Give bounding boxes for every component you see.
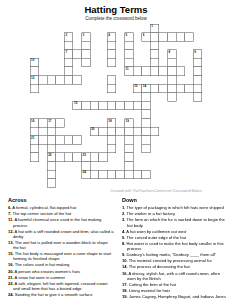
clue-item: 17. Cutting the brim of the hat	[122, 282, 227, 287]
cell-number: 23	[83, 153, 86, 157]
clue-number: 21.	[8, 275, 14, 280]
cell-number: 9	[194, 50, 196, 54]
grid-cell[interactable]	[193, 93, 202, 102]
clue-item: 11. A harmful chemical once used in the …	[8, 218, 114, 228]
clue-number: 6.	[8, 205, 11, 210]
cell-number: 12	[31, 76, 34, 80]
cell-number: 10	[31, 59, 34, 63]
clue-item: 24. Sanding the hat to give it a smooth …	[8, 292, 114, 297]
clue-item: 7. The top center section of the hat	[8, 212, 114, 217]
grid-cell[interactable]	[107, 84, 116, 93]
clue-item: 2. The worker in a hat factory	[122, 212, 227, 217]
grid-cell[interactable]	[99, 153, 108, 162]
grid-cell[interactable]	[150, 127, 159, 136]
cell-number: 7	[65, 50, 67, 54]
clue-number: 16.	[122, 271, 128, 276]
clue-number: 10.	[122, 259, 128, 264]
cell-number: 4	[108, 33, 110, 37]
grid-cell[interactable]	[56, 118, 65, 127]
clue-item: 4. A hat worn by cattlemen out west	[122, 229, 227, 234]
clue-item: 15. The hat body is massaged over a cone…	[8, 251, 114, 261]
cell-number: 24	[83, 170, 86, 174]
clue-number: 5.	[122, 235, 125, 240]
cell-number: 3	[83, 33, 85, 37]
grid-cell[interactable]	[167, 93, 176, 102]
clue-number: 14.	[122, 265, 128, 270]
grid-cell[interactable]	[184, 32, 193, 41]
clue-number: 11.	[8, 218, 13, 223]
grid-cell[interactable]	[81, 58, 90, 67]
clue-item: 5. The curved outer edge of the hat	[122, 235, 227, 240]
clue-number: 18.	[122, 288, 128, 293]
crossword-grid: 123456789101112131415161718192021222324	[30, 24, 202, 187]
clue-number: 13.	[8, 240, 14, 245]
cell-number: 22	[48, 153, 51, 157]
page-title: Hatting Terms	[0, 4, 232, 15]
clue-item: 19. James Cagney, Humphrey Bogart, and I…	[122, 294, 227, 300]
clue-number: 20.	[8, 269, 14, 274]
grid-cell[interactable]	[30, 153, 39, 162]
cell-number: 21	[31, 136, 34, 140]
clue-item: 12. A hat with a stiff rounded crown and…	[8, 229, 114, 239]
clue-number: 24.	[8, 292, 14, 297]
clue-item: 1. The type of packaging in which felt h…	[122, 205, 227, 210]
grid-cell[interactable]	[141, 144, 150, 153]
cell-number: 5	[126, 33, 128, 37]
page-subtitle: Complete the crossword below	[0, 16, 232, 21]
credit-line: Created with TheTeachersCorner.net Cross…	[0, 189, 202, 194]
down-clue-list: 1. The type of packaging in which felt h…	[122, 205, 227, 300]
clue-item: 16. A dressy, stylish hat, with a stiff …	[122, 271, 227, 281]
clue-item: 6. A formal, cylindrical, flat-topped ha…	[8, 205, 114, 210]
cell-number: 16	[31, 119, 34, 123]
clue-number: 16.	[8, 263, 14, 268]
clue-item: 16. The colors used in hat making	[8, 263, 114, 268]
clue-number: 7.	[8, 212, 11, 217]
clue-number: 3.	[122, 218, 125, 223]
clue-number: 9.	[122, 252, 125, 257]
cell-number: 6	[143, 33, 145, 37]
clue-item: 20. A person who creates women's hats	[8, 269, 114, 274]
down-clues: Down 1. The type of packaging in which f…	[122, 197, 227, 300]
clue-item: 10. The material created by processing a…	[122, 259, 227, 264]
cell-number: 19	[126, 119, 129, 123]
clue-number: 19.	[122, 294, 128, 299]
grid-cell[interactable]	[47, 178, 56, 187]
cell-number: 1	[151, 24, 153, 28]
clue-item: 8. Hot water is used to make the hat bod…	[122, 241, 227, 251]
cell-number: 8	[169, 50, 171, 54]
grid-cell[interactable]	[73, 75, 82, 84]
clue-number: 12.	[8, 229, 14, 234]
clue-number: 2.	[122, 212, 125, 217]
clue-item: 13. The wet hat is pulled over a wooden …	[8, 240, 114, 250]
cell-number: 11	[126, 67, 129, 71]
cell-number: 15	[74, 102, 77, 106]
grid-cell[interactable]	[176, 67, 185, 76]
down-header: Down	[122, 197, 227, 204]
across-clue-list: 6. A formal, cylindrical, flat-topped ha…	[8, 205, 114, 297]
across-clues: Across 6. A formal, cylindrical, flat-to…	[8, 197, 114, 299]
cell-number: 2	[65, 33, 67, 37]
clue-number: 15.	[8, 251, 14, 256]
cell-number: 18	[108, 119, 111, 123]
cell-number: 14	[143, 84, 146, 88]
crossword-page: Hatting Terms Complete the crossword bel…	[0, 0, 232, 300]
clue-item: 22. A soft, elegant, felt hat with taper…	[8, 281, 114, 291]
grid-cell[interactable]	[73, 135, 82, 144]
grid-cell[interactable]	[30, 84, 39, 93]
across-header: Across	[8, 197, 114, 204]
cell-number: 17	[48, 119, 51, 123]
grid-cell[interactable]	[107, 144, 116, 153]
clue-number: 4.	[122, 229, 125, 234]
grid-cell[interactable]	[107, 58, 116, 67]
clue-item: 14. The process of decorating the hat	[122, 265, 227, 270]
cell-number: 20	[91, 127, 94, 131]
clue-number: 1.	[122, 205, 125, 210]
clue-number: 8.	[122, 241, 125, 246]
clue-number: 22.	[8, 281, 14, 286]
clue-number: 17.	[122, 282, 128, 287]
clue-item: 3. The form on which the fur is worked d…	[122, 218, 227, 228]
clue-item: 21. A straw hat worn in summer	[8, 275, 114, 280]
clue-item: 18. Lining material for hats	[122, 288, 227, 293]
grid-cell[interactable]	[141, 170, 150, 179]
clue-item: 9. Danbury's hatting motto, "Danbury ___…	[122, 252, 227, 257]
cell-number: 13	[134, 84, 137, 88]
